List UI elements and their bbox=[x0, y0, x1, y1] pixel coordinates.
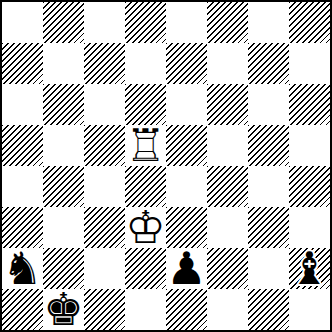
square-e8[interactable] bbox=[166, 2, 207, 43]
square-d5[interactable]: ♖ bbox=[125, 125, 166, 166]
square-f3[interactable] bbox=[207, 207, 248, 248]
square-g1[interactable] bbox=[248, 289, 289, 330]
square-d8[interactable] bbox=[125, 2, 166, 43]
square-b4[interactable] bbox=[43, 166, 84, 207]
square-h5[interactable] bbox=[289, 125, 330, 166]
square-f7[interactable] bbox=[207, 43, 248, 84]
piece-white-rook[interactable]: ♖ bbox=[125, 125, 165, 166]
square-c2[interactable] bbox=[84, 248, 125, 289]
piece-black-king[interactable]: ♚ bbox=[43, 289, 83, 330]
square-e5[interactable] bbox=[166, 125, 207, 166]
square-c7[interactable] bbox=[84, 43, 125, 84]
square-f8[interactable] bbox=[207, 2, 248, 43]
square-b8[interactable] bbox=[43, 2, 84, 43]
square-h4[interactable] bbox=[289, 166, 330, 207]
square-h6[interactable] bbox=[289, 84, 330, 125]
square-c1[interactable] bbox=[84, 289, 125, 330]
square-g4[interactable] bbox=[248, 166, 289, 207]
square-c3[interactable] bbox=[84, 207, 125, 248]
piece-black-knight[interactable]: ♞ bbox=[2, 248, 42, 289]
square-d3[interactable]: ♔ bbox=[125, 207, 166, 248]
square-f6[interactable] bbox=[207, 84, 248, 125]
square-g6[interactable] bbox=[248, 84, 289, 125]
square-a1[interactable] bbox=[2, 289, 43, 330]
square-b5[interactable] bbox=[43, 125, 84, 166]
piece-black-bishop[interactable]: ♝ bbox=[289, 248, 329, 289]
square-h8[interactable] bbox=[289, 2, 330, 43]
square-g2[interactable] bbox=[248, 248, 289, 289]
square-a5[interactable] bbox=[2, 125, 43, 166]
square-a6[interactable] bbox=[2, 84, 43, 125]
square-c8[interactable] bbox=[84, 2, 125, 43]
square-f2[interactable] bbox=[207, 248, 248, 289]
square-d2[interactable] bbox=[125, 248, 166, 289]
square-e4[interactable] bbox=[166, 166, 207, 207]
square-e1[interactable] bbox=[166, 289, 207, 330]
square-f4[interactable] bbox=[207, 166, 248, 207]
square-g5[interactable] bbox=[248, 125, 289, 166]
square-a2[interactable]: ♞ bbox=[2, 248, 43, 289]
square-g7[interactable] bbox=[248, 43, 289, 84]
square-c6[interactable] bbox=[84, 84, 125, 125]
square-h1[interactable] bbox=[289, 289, 330, 330]
square-g8[interactable] bbox=[248, 2, 289, 43]
square-a4[interactable] bbox=[2, 166, 43, 207]
square-c5[interactable] bbox=[84, 125, 125, 166]
piece-white-king[interactable]: ♔ bbox=[125, 207, 165, 248]
square-b7[interactable] bbox=[43, 43, 84, 84]
square-f1[interactable] bbox=[207, 289, 248, 330]
square-d1[interactable] bbox=[125, 289, 166, 330]
square-c4[interactable] bbox=[84, 166, 125, 207]
square-e2[interactable]: ♟ bbox=[166, 248, 207, 289]
piece-black-pawn[interactable]: ♟ bbox=[166, 248, 206, 289]
square-b1[interactable]: ♚ bbox=[43, 289, 84, 330]
square-e6[interactable] bbox=[166, 84, 207, 125]
square-h2[interactable]: ♝ bbox=[289, 248, 330, 289]
chess-diagram-frame: ♖♔♞♟♝♚ bbox=[0, 0, 332, 332]
square-h7[interactable] bbox=[289, 43, 330, 84]
square-b3[interactable] bbox=[43, 207, 84, 248]
square-f5[interactable] bbox=[207, 125, 248, 166]
square-a8[interactable] bbox=[2, 2, 43, 43]
square-e7[interactable] bbox=[166, 43, 207, 84]
square-g3[interactable] bbox=[248, 207, 289, 248]
chess-board: ♖♔♞♟♝♚ bbox=[2, 2, 330, 330]
square-b6[interactable] bbox=[43, 84, 84, 125]
square-a7[interactable] bbox=[2, 43, 43, 84]
square-d7[interactable] bbox=[125, 43, 166, 84]
